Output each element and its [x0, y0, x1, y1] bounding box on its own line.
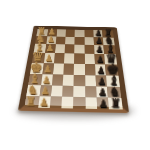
board-square: [85, 64, 96, 76]
board-square: [64, 63, 75, 75]
board-square: ♟: [38, 96, 51, 107]
board-square: ♟: [95, 64, 106, 76]
board-square: [74, 53, 84, 64]
chess-piece-black-pawn: ♟: [98, 98, 108, 109]
product-photo-chess-set[interactable]: ♜♟♟♜♞♟♟♞♝♟♟♝♛♟♟♛♚♟♟♚♝♟♟♝♞♟♟♞♜♟♟♜: [0, 0, 150, 150]
chess-piece-black-pawn: ♟: [98, 87, 107, 97]
board-square: ♜: [108, 98, 123, 109]
chess-piece-white-pawn: ♟: [42, 76, 51, 86]
board-square: [74, 75, 85, 86]
chess-piece-white-pawn: ♟: [46, 44, 54, 53]
board-square: ♟: [96, 97, 108, 108]
board-square: [64, 53, 74, 63]
board-square: ♟: [94, 54, 105, 65]
board-square: [50, 96, 62, 107]
board-square: [51, 86, 63, 97]
board-square: [75, 44, 85, 53]
board-square: [74, 86, 85, 97]
board-square: [65, 36, 75, 44]
board-square: ♜: [24, 96, 39, 107]
chess-piece-white-pawn: ♟: [45, 54, 53, 63]
board-square: [56, 36, 66, 44]
board-square: [84, 37, 94, 45]
chess-board: ♜♟♟♜♞♟♟♞♝♟♟♝♛♟♟♛♚♟♟♚♝♟♟♝♞♟♟♞♜♟♟♜: [18, 26, 129, 113]
board-square: [62, 86, 74, 97]
board-square: [75, 37, 84, 45]
chess-piece-black-pawn: ♟: [96, 66, 105, 76]
chess-piece-black-pawn: ♟: [97, 77, 106, 87]
board-square: [65, 44, 75, 53]
chess-piece-white-rook: ♜: [26, 95, 37, 107]
chess-piece-white-pawn: ♟: [39, 97, 49, 108]
board-square: [85, 97, 97, 108]
board-square: ♟: [96, 86, 108, 97]
board-square: [52, 75, 64, 86]
board-square: ♟: [94, 45, 104, 54]
board-square: [63, 75, 74, 86]
board-square: [53, 63, 64, 75]
chess-piece-black-rook: ♜: [110, 97, 121, 109]
board-square: ♟: [95, 75, 106, 86]
board-square: [55, 44, 65, 53]
board-square: [62, 97, 74, 108]
board-square: [84, 44, 94, 53]
chess-piece-black-pawn: ♟: [96, 55, 104, 64]
chess-piece-white-pawn: ♟: [44, 65, 53, 75]
board-square: [54, 53, 65, 63]
board-square: ♟: [41, 74, 53, 85]
board-square: [74, 97, 86, 108]
chess-piece-white-pawn: ♟: [41, 86, 50, 96]
board-square: [84, 53, 94, 64]
board-square: [74, 63, 85, 75]
board-square: [85, 86, 96, 97]
chess-piece-black-pawn: ♟: [95, 45, 103, 54]
board-square: [85, 75, 96, 86]
